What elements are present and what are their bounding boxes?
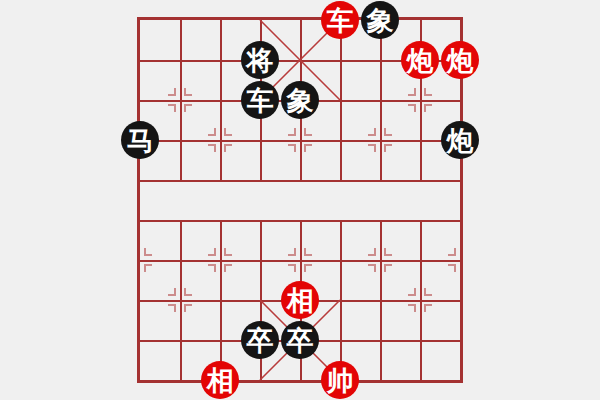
point-marker [384,144,392,152]
black-cannon[interactable]: 炮 [441,121,479,159]
point-marker [288,264,296,272]
point-marker [424,288,432,296]
board-cell [380,340,420,380]
point-marker [184,104,192,112]
point-marker [368,264,376,272]
red-cannon[interactable]: 炮 [441,41,479,79]
point-marker [208,264,216,272]
black-chariot[interactable]: 车 [241,81,279,119]
red-cannon[interactable]: 炮 [401,41,439,79]
black-pawn[interactable]: 卒 [281,321,319,359]
point-marker [368,144,376,152]
point-marker [408,88,416,96]
red-chariot[interactable]: 车 [321,1,359,39]
point-marker [168,288,176,296]
point-marker [384,264,392,272]
point-marker [424,88,432,96]
black-horse[interactable]: 马 [121,121,159,159]
point-marker [168,304,176,312]
board-cell [420,340,460,380]
point-marker [424,104,432,112]
black-general[interactable]: 将 [241,41,279,79]
point-marker [304,264,312,272]
point-marker [224,128,232,136]
point-marker [288,144,296,152]
point-marker [304,144,312,152]
point-marker [144,264,152,272]
point-marker [304,128,312,136]
point-marker [184,304,192,312]
point-marker [304,248,312,256]
point-marker [288,248,296,256]
point-marker [208,144,216,152]
point-marker [384,248,392,256]
black-pawn[interactable]: 卒 [241,321,279,359]
point-marker [448,248,456,256]
point-marker [168,104,176,112]
point-marker [208,248,216,256]
point-marker [408,104,416,112]
board-cell [140,340,180,380]
point-marker [224,248,232,256]
board-cell [180,20,220,60]
point-marker [184,288,192,296]
board-cell [340,300,380,340]
board-area: 车象将炮炮车象马炮相卒卒相帅 [0,0,600,400]
red-elephant[interactable]: 相 [201,361,239,399]
point-marker [368,128,376,136]
point-marker [288,128,296,136]
red-general[interactable]: 帅 [321,361,359,399]
red-elephant[interactable]: 相 [281,281,319,319]
point-marker [184,88,192,96]
point-marker [424,304,432,312]
point-marker [448,264,456,272]
point-marker [384,128,392,136]
point-marker [408,288,416,296]
point-marker [368,248,376,256]
point-marker [224,144,232,152]
point-marker [168,88,176,96]
point-marker [408,304,416,312]
black-elephant[interactable]: 象 [281,81,319,119]
point-marker [144,248,152,256]
point-marker [224,264,232,272]
black-elephant[interactable]: 象 [361,1,399,39]
board-cell [340,60,380,100]
river [140,180,460,220]
board-cell [140,20,180,60]
point-marker [208,128,216,136]
